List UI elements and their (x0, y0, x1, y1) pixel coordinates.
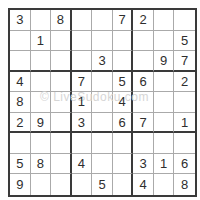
given-digit: 1 (181, 116, 188, 129)
sudoku-cell-r6c7[interactable]: 7 (133, 113, 154, 134)
given-digit: 9 (37, 116, 44, 129)
sudoku-cell-r3c3[interactable] (51, 51, 72, 72)
given-digit: 1 (37, 34, 44, 47)
given-digit: 8 (181, 178, 188, 191)
sudoku-cell-r3c9[interactable]: 7 (174, 51, 195, 72)
sudoku-cell-r9c7[interactable]: 4 (133, 174, 154, 195)
sudoku-cell-r1c7[interactable]: 2 (133, 10, 154, 31)
sudoku-cell-r4c1[interactable]: 4 (10, 72, 31, 93)
sudoku-cell-r6c6[interactable]: 6 (113, 113, 134, 134)
sudoku-cell-r8c1[interactable]: 5 (10, 154, 31, 175)
sudoku-cell-r1c6[interactable]: 7 (113, 10, 134, 31)
sudoku-cell-r3c7[interactable] (133, 51, 154, 72)
sudoku-cell-r3c5[interactable]: 3 (92, 51, 113, 72)
sudoku-cell-r6c8[interactable] (154, 113, 175, 134)
sudoku-cell-r2c9[interactable]: 5 (174, 31, 195, 52)
sudoku-cell-r5c5[interactable] (92, 92, 113, 113)
sudoku-cell-r4c5[interactable] (92, 72, 113, 93)
given-digit: 4 (118, 95, 125, 108)
sudoku-cell-r9c8[interactable] (154, 174, 175, 195)
given-digit: 8 (37, 157, 44, 170)
sudoku-cell-r4c7[interactable]: 6 (133, 72, 154, 93)
sudoku-cell-r3c8[interactable]: 9 (154, 51, 175, 72)
sudoku-cell-r9c2[interactable] (31, 174, 52, 195)
sudoku-cell-r3c1[interactable] (10, 51, 31, 72)
sudoku-cell-r3c2[interactable] (31, 51, 52, 72)
sudoku-cell-r4c9[interactable]: 2 (174, 72, 195, 93)
sudoku-cell-r7c6[interactable] (113, 133, 134, 154)
given-digit: 5 (118, 75, 125, 88)
sudoku-cell-r6c1[interactable]: 2 (10, 113, 31, 134)
sudoku-cell-r8c4[interactable]: 4 (72, 154, 93, 175)
given-digit: 3 (78, 116, 85, 129)
given-digit: 2 (181, 75, 188, 88)
sudoku-cell-r2c2[interactable]: 1 (31, 31, 52, 52)
given-digit: 9 (160, 54, 167, 67)
sudoku-cell-r4c6[interactable]: 5 (113, 72, 134, 93)
given-digit: 1 (160, 157, 167, 170)
sudoku-cell-r5c1[interactable]: 8 (10, 92, 31, 113)
sudoku-cell-r9c3[interactable] (51, 174, 72, 195)
sudoku-cell-r8c7[interactable]: 3 (133, 154, 154, 175)
sudoku-cell-r1c5[interactable] (92, 10, 113, 31)
sudoku-board: 387215397475628142936715843169548 (8, 8, 197, 197)
given-digit: 2 (16, 116, 23, 129)
sudoku-cell-r3c6[interactable] (113, 51, 134, 72)
sudoku-cell-r8c5[interactable] (92, 154, 113, 175)
given-digit: 9 (16, 178, 23, 191)
sudoku-cell-r8c8[interactable]: 1 (154, 154, 175, 175)
sudoku-cell-r9c9[interactable]: 8 (174, 174, 195, 195)
sudoku-cell-r1c3[interactable]: 8 (51, 10, 72, 31)
sudoku-cell-r5c7[interactable] (133, 92, 154, 113)
given-digit: 8 (57, 13, 64, 26)
sudoku-cell-r7c5[interactable] (92, 133, 113, 154)
sudoku-page: 387215397475628142936715843169548 © Live… (0, 0, 200, 200)
sudoku-cell-r7c3[interactable] (51, 133, 72, 154)
sudoku-cell-r6c5[interactable] (92, 113, 113, 134)
sudoku-cell-r6c4[interactable]: 3 (72, 113, 93, 134)
given-digit: 7 (181, 54, 188, 67)
given-digit: 7 (118, 13, 125, 26)
sudoku-cell-r3c4[interactable] (72, 51, 93, 72)
sudoku-cell-r8c2[interactable]: 8 (31, 154, 52, 175)
sudoku-cell-r7c2[interactable] (31, 133, 52, 154)
sudoku-cell-r2c3[interactable] (51, 31, 72, 52)
sudoku-cell-r2c6[interactable] (113, 31, 134, 52)
given-digit: 7 (139, 116, 146, 129)
sudoku-cell-r7c8[interactable] (154, 133, 175, 154)
given-digit: 3 (139, 157, 146, 170)
sudoku-cell-r6c2[interactable]: 9 (31, 113, 52, 134)
sudoku-cell-r8c6[interactable] (113, 154, 134, 175)
sudoku-cell-r5c8[interactable] (154, 92, 175, 113)
given-digit: 8 (16, 95, 23, 108)
given-digit: 6 (139, 75, 146, 88)
sudoku-cell-r2c4[interactable] (72, 31, 93, 52)
sudoku-cell-r7c7[interactable] (133, 133, 154, 154)
sudoku-cell-r1c2[interactable] (31, 10, 52, 31)
given-digit: 5 (16, 157, 23, 170)
sudoku-cell-r5c4[interactable]: 1 (72, 92, 93, 113)
sudoku-cell-r5c3[interactable] (51, 92, 72, 113)
sudoku-cell-r4c2[interactable] (31, 72, 52, 93)
sudoku-cell-r8c3[interactable] (51, 154, 72, 175)
sudoku-cell-r6c9[interactable]: 1 (174, 113, 195, 134)
given-digit: 5 (98, 178, 105, 191)
sudoku-cell-r7c9[interactable] (174, 133, 195, 154)
sudoku-cell-r7c1[interactable] (10, 133, 31, 154)
sudoku-cell-r4c4[interactable]: 7 (72, 72, 93, 93)
given-digit: 4 (16, 75, 23, 88)
sudoku-cell-r4c3[interactable] (51, 72, 72, 93)
sudoku-cell-r5c9[interactable] (174, 92, 195, 113)
given-digit: 3 (98, 54, 105, 67)
sudoku-cell-r5c2[interactable] (31, 92, 52, 113)
sudoku-cell-r2c7[interactable] (133, 31, 154, 52)
given-digit: 4 (78, 157, 85, 170)
sudoku-cell-r8c9[interactable]: 6 (174, 154, 195, 175)
sudoku-cell-r1c1[interactable]: 3 (10, 10, 31, 31)
given-digit: 6 (181, 157, 188, 170)
given-digit: 1 (78, 95, 85, 108)
given-digit: 4 (139, 178, 146, 191)
given-digit: 7 (78, 75, 85, 88)
sudoku-cell-r5c6[interactable]: 4 (113, 92, 134, 113)
sudoku-cell-r1c4[interactable] (72, 10, 93, 31)
sudoku-cell-r9c5[interactable]: 5 (92, 174, 113, 195)
sudoku-cell-r9c4[interactable] (72, 174, 93, 195)
sudoku-cell-r9c6[interactable] (113, 174, 134, 195)
sudoku-cell-r9c1[interactable]: 9 (10, 174, 31, 195)
sudoku-cell-r1c9[interactable] (174, 10, 195, 31)
sudoku-cell-r7c4[interactable] (72, 133, 93, 154)
sudoku-cell-r4c8[interactable] (154, 72, 175, 93)
given-digit: 3 (16, 13, 23, 26)
given-digit: 2 (139, 13, 146, 26)
sudoku-cell-r1c8[interactable] (154, 10, 175, 31)
given-digit: 6 (118, 116, 125, 129)
sudoku-cell-r2c1[interactable] (10, 31, 31, 52)
sudoku-cell-r6c3[interactable] (51, 113, 72, 134)
sudoku-cell-r2c8[interactable] (154, 31, 175, 52)
given-digit: 5 (181, 34, 188, 47)
sudoku-cell-r2c5[interactable] (92, 31, 113, 52)
